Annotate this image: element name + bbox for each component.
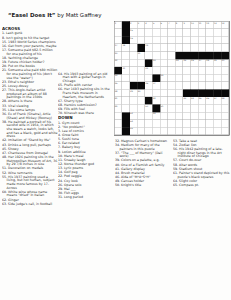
cell-number: 51 [161, 104, 164, 107]
cell-number: 24 [176, 59, 179, 62]
cell-number: 11 [199, 21, 202, 24]
grid-cell[interactable] [191, 67, 199, 75]
cell-number: 39 [130, 89, 133, 92]
cell-number: 18 [122, 44, 125, 47]
clue-48: 48. Her 1926 painting sits in the Metrop… [2, 155, 58, 166]
grid-cell[interactable] [160, 112, 168, 120]
grid-cell[interactable]: 7 [168, 22, 176, 30]
grid-cell[interactable]: 34 [160, 74, 168, 82]
grid-cell[interactable] [221, 37, 229, 45]
grid-cell[interactable] [122, 52, 130, 60]
grid-cell[interactable] [137, 59, 145, 67]
cell-number: 8 [176, 21, 177, 24]
cell-number: 37 [153, 82, 156, 85]
grid-cell[interactable] [206, 82, 214, 90]
grid-cell[interactable] [191, 44, 199, 52]
grid-cell[interactable] [137, 29, 145, 37]
black-square [122, 127, 130, 135]
grid-cell[interactable] [115, 29, 123, 37]
grid-cell[interactable]: 32 [145, 67, 153, 75]
grid-cell[interactable] [183, 112, 191, 120]
grid-cell[interactable]: 19 [145, 44, 153, 52]
grid-cell[interactable] [176, 74, 184, 82]
cell-number: 15 [130, 29, 133, 32]
cell-number: 1 [115, 21, 116, 24]
grid-cell[interactable]: 53 [153, 112, 161, 120]
grid-cell[interactable] [191, 120, 199, 128]
grid-cell[interactable]: 42 [153, 97, 161, 105]
clue-27: 27. This Anglo-Italian artist produced a… [2, 88, 58, 99]
grid-cell[interactable] [176, 127, 184, 135]
cell-number: 28 [206, 59, 209, 62]
cell-number: 55 [130, 127, 133, 130]
cell-number: 7 [168, 21, 169, 24]
grid-cell[interactable] [122, 97, 130, 105]
clue-36: 36. Ex of Frank (Sinatra), Artie (Shaw) … [2, 112, 58, 119]
grid-cell[interactable] [168, 105, 176, 113]
grid-cell[interactable] [214, 105, 222, 113]
clue-63: 63. Side judge's call, in football [2, 202, 58, 206]
black-square [122, 22, 130, 30]
clue-34: 34. Medium for many of the painters in t… [115, 143, 172, 150]
grid-cell[interactable]: 45 [198, 97, 206, 105]
grid-cell[interactable]: 16 [130, 37, 138, 45]
crossword-grid[interactable]: 1234567891011121314151617181920212223242… [114, 21, 229, 135]
grid-cell[interactable]: 3 [137, 22, 145, 30]
grid-cell[interactable] [198, 82, 206, 90]
grid-cell[interactable] [137, 74, 145, 82]
grid-cell[interactable] [206, 67, 214, 75]
grid-cell[interactable] [198, 105, 206, 113]
cell-number: 45 [199, 97, 202, 100]
grid-cell[interactable] [214, 44, 222, 52]
grid-cell[interactable] [198, 37, 206, 45]
grid-cell[interactable] [221, 29, 229, 37]
clue-31: 31. Long period [58, 195, 113, 199]
clue-55: 55. His 1937 painting used a living, but… [2, 175, 58, 190]
clue-38: 38. He painted a portrait of his second … [2, 120, 58, 138]
grid-cell[interactable] [183, 82, 191, 90]
across-clue-list-continued: 64. His 1903 painting of an old man with… [58, 72, 113, 115]
cell-number: 30 [222, 59, 225, 62]
cell-number: 32 [145, 67, 148, 70]
cell-number: 5 [153, 21, 154, 24]
grid-cell[interactable] [130, 59, 138, 67]
cell-number: 25 [183, 59, 186, 62]
grid-cell[interactable] [176, 97, 184, 105]
cell-number: 52 [130, 112, 133, 115]
grid-cell[interactable] [176, 29, 184, 37]
middle-clues-column: 64. His 1903 painting of an old man with… [58, 72, 113, 298]
grid-cell[interactable] [183, 37, 191, 45]
cell-number: 22 [115, 59, 118, 62]
grid-cell[interactable] [198, 74, 206, 82]
grid-cell[interactable] [221, 127, 229, 135]
clue-64: 64. His 1903 painting of an old man with… [58, 72, 113, 83]
grid-cell[interactable] [206, 120, 214, 128]
grid-cell[interactable] [160, 82, 168, 90]
down-clue-list-end: 53. Take a seat54. Zodiac lion56. His 19… [173, 139, 230, 187]
grid-cell[interactable] [130, 74, 138, 82]
grid-cell[interactable] [206, 105, 214, 113]
grid-cell[interactable] [198, 112, 206, 120]
grid-cell[interactable] [191, 105, 199, 113]
grid-cell[interactable]: 25 [183, 59, 191, 67]
grid-cell[interactable]: 48 [221, 97, 229, 105]
grid-cell[interactable]: 5 [153, 22, 161, 30]
grid-cell[interactable]: 1 [115, 22, 123, 30]
grid-cells[interactable]: 1234567891011121314151617181920212223242… [114, 21, 230, 136]
grid-cell[interactable] [160, 90, 168, 98]
crossword-page: { "game": "crossword", "title": "\u201cE… [0, 0, 231, 300]
grid-cell[interactable] [160, 29, 168, 37]
grid-cell[interactable] [191, 112, 199, 120]
grid-cell[interactable] [176, 44, 184, 52]
black-square [122, 120, 130, 128]
grid-cell[interactable] [130, 52, 138, 60]
grid-cell[interactable] [153, 29, 161, 37]
grid-cell[interactable] [130, 44, 138, 52]
grid-cell[interactable] [206, 74, 214, 82]
grid-cell[interactable] [221, 105, 229, 113]
grid-cell[interactable] [130, 97, 138, 105]
cell-number: 54 [130, 120, 133, 123]
cell-number: 4 [145, 21, 146, 24]
cell-number: 43 [183, 97, 186, 100]
cell-number: 3 [138, 21, 139, 24]
clue-56: 56. His 1942 painting of a late-night di… [173, 147, 230, 158]
grid-cell[interactable] [221, 120, 229, 128]
down-clue-list: 1. Gym count2. "No problem!"3. Lee of co… [58, 121, 113, 199]
clue-66: 66. Her 1693 painting sits in the Frans … [58, 88, 113, 99]
cell-number: 23 [153, 59, 156, 62]
grid-cell[interactable]: 31 [122, 67, 130, 75]
grid-cell[interactable] [221, 74, 229, 82]
clue-61: 61. Painter's stand depicted by this puz… [173, 171, 230, 178]
across-header: ACROSS [2, 27, 58, 31]
clue-37: 37. "The ___ of Memory" (Dalí work) [115, 151, 172, 158]
grid-cell[interactable]: 22 [115, 59, 123, 67]
grid-cell[interactable] [168, 82, 176, 90]
cell-number: 20 [115, 52, 118, 55]
grid-cell[interactable] [145, 127, 153, 135]
grid-cell[interactable] [214, 67, 222, 75]
grid-cell[interactable] [176, 105, 184, 113]
grid-cell[interactable]: 51 [160, 105, 168, 113]
grid-cell[interactable]: 44 [191, 97, 199, 105]
grid-cell[interactable] [122, 74, 130, 82]
grid-cell[interactable] [160, 52, 168, 60]
cell-number: 31 [122, 67, 125, 70]
grid-cell[interactable] [183, 44, 191, 52]
grid-cell[interactable]: 12 [206, 22, 214, 30]
grid-cell[interactable] [153, 37, 161, 45]
grid-cell[interactable]: 37 [153, 82, 161, 90]
grid-cell[interactable]: 29 [214, 59, 222, 67]
grid-cell[interactable] [137, 127, 145, 135]
grid-cell[interactable] [183, 127, 191, 135]
grid-cell[interactable] [137, 97, 145, 105]
grid-cell[interactable] [183, 29, 191, 37]
grid-cell[interactable] [198, 29, 206, 37]
cell-number: 16 [130, 36, 133, 39]
grid-cell[interactable] [153, 44, 161, 52]
cell-number: 9 [183, 21, 184, 24]
cell-number: 33 [115, 74, 118, 77]
grid-cell[interactable]: 18 [122, 44, 130, 52]
grid-cell[interactable]: 11 [198, 22, 206, 30]
grid-cell[interactable] [214, 112, 222, 120]
grid-cell[interactable] [160, 127, 168, 135]
down-clues-column-a: 32. Magnus Carlsen's hometown34. Medium … [115, 139, 172, 298]
grid-cell[interactable]: 49 [115, 105, 123, 113]
grid-cell[interactable]: 30 [221, 59, 229, 67]
grid-cell[interactable] [183, 120, 191, 128]
grid-cell[interactable] [176, 112, 184, 120]
black-square [122, 29, 130, 37]
grid-cell[interactable] [221, 82, 229, 90]
cell-number: 53 [153, 112, 156, 115]
cell-number: 41 [115, 97, 118, 100]
grid-cell[interactable] [206, 29, 214, 37]
cell-number: 36 [145, 82, 148, 85]
clue-70: 70. Nineveh was there [58, 111, 113, 115]
cell-number: 13 [214, 21, 217, 24]
grid-cell[interactable]: 23 [153, 59, 161, 67]
grid-cell[interactable]: 9 [183, 22, 191, 30]
grid-cell[interactable]: 4 [145, 22, 153, 30]
cell-number: 14 [222, 21, 225, 24]
grid-cell[interactable] [153, 120, 161, 128]
cell-number: 48 [222, 97, 225, 100]
grid-cell[interactable] [183, 105, 191, 113]
grid-cell[interactable] [160, 44, 168, 52]
cell-number: 6 [161, 21, 162, 24]
grid-cell[interactable] [115, 120, 123, 128]
grid-cell[interactable] [122, 82, 130, 90]
grid-cell[interactable] [145, 29, 153, 37]
cell-number: 2 [130, 21, 131, 24]
grid-cell[interactable] [168, 37, 176, 45]
grid-cell[interactable] [214, 120, 222, 128]
grid-cell[interactable] [221, 112, 229, 120]
grid-cell[interactable]: 28 [206, 59, 214, 67]
grid-cell[interactable] [198, 127, 206, 135]
grid-cell[interactable] [191, 74, 199, 82]
grid-cell[interactable] [130, 67, 138, 75]
grid-cell[interactable] [168, 127, 176, 135]
down-header: DOWN [58, 116, 113, 120]
grid-cell[interactable] [122, 105, 130, 113]
grid-cell[interactable]: 10 [191, 22, 199, 30]
grid-cell[interactable] [206, 112, 214, 120]
grid-cell[interactable]: 14 [221, 22, 229, 30]
grid-cell[interactable] [214, 82, 222, 90]
grid-cell[interactable]: 6 [160, 22, 168, 30]
grid-cell[interactable]: 55 [130, 127, 138, 135]
grid-cell[interactable] [214, 127, 222, 135]
grid-cell[interactable] [191, 37, 199, 45]
grid-cell[interactable] [137, 112, 145, 120]
grid-cell[interactable]: 13 [214, 22, 222, 30]
grid-cell[interactable] [160, 37, 168, 45]
grid-cell[interactable] [214, 37, 222, 45]
grid-cell[interactable] [168, 97, 176, 105]
cell-number: 29 [214, 59, 217, 62]
grid-cell[interactable] [145, 52, 153, 60]
cell-number: 46 [206, 97, 209, 100]
grid-cell[interactable] [206, 37, 214, 45]
grid-cell[interactable] [137, 67, 145, 75]
grid-cell[interactable] [168, 67, 176, 75]
cell-number: 17 [115, 44, 118, 47]
cell-number: 19 [145, 44, 148, 47]
grid-cell[interactable] [198, 120, 206, 128]
clue-21: 21. Someone else paid $80 million for on… [2, 68, 58, 79]
cell-number: 27 [199, 59, 202, 62]
grid-cell[interactable] [176, 90, 184, 98]
grid-cell[interactable] [198, 44, 206, 52]
grid-cell[interactable]: 8 [176, 22, 184, 30]
grid-cell[interactable] [137, 105, 145, 113]
grid-cell[interactable] [176, 82, 184, 90]
grid-cell[interactable] [160, 120, 168, 128]
grid-cell[interactable] [153, 67, 161, 75]
grid-cell[interactable]: 39 [130, 90, 138, 98]
cell-number: 21 [138, 52, 141, 55]
grid-cell[interactable]: 21 [137, 52, 145, 60]
cell-number: 26 [191, 59, 194, 62]
grid-cell[interactable] [122, 90, 130, 98]
cell-number: 47 [214, 97, 217, 100]
grid-cell[interactable] [145, 112, 153, 120]
grid-cell[interactable] [183, 74, 191, 82]
grid-cell[interactable] [191, 127, 199, 135]
down-clue-list-continued: 32. Magnus Carlsen's hometown34. Medium … [115, 139, 172, 187]
across-clues-column: ACROSS 1. Lash gunk8. Isn't going to hit… [2, 25, 58, 298]
grid-cell[interactable]: 27 [198, 59, 206, 67]
grid-cell[interactable] [206, 44, 214, 52]
grid-cell[interactable] [176, 37, 184, 45]
across-clue-list: 1. Lash gunk8. Isn't going to hit the ta… [2, 32, 58, 206]
grid-cell[interactable]: 24 [176, 59, 184, 67]
grid-cell[interactable] [214, 29, 222, 37]
cell-number: 50 [145, 104, 148, 107]
grid-cell[interactable] [176, 67, 184, 75]
grid-cell[interactable] [115, 112, 123, 120]
grid-cell[interactable] [191, 29, 199, 37]
cell-number: 49 [115, 104, 118, 107]
cell-number: 38 [115, 89, 118, 92]
byline: by Matt Gaffney [55, 12, 101, 19]
cell-number: 34 [161, 74, 164, 77]
grid-cell[interactable] [153, 127, 161, 135]
grid-cell[interactable] [168, 29, 176, 37]
black-square [122, 112, 130, 120]
grid-cell[interactable] [160, 59, 168, 67]
grid-cell[interactable] [168, 44, 176, 52]
grid-cell[interactable]: 50 [145, 105, 153, 113]
grid-cell[interactable] [168, 59, 176, 67]
title-text: “Easel Does It” [8, 12, 55, 19]
grid-cell[interactable] [191, 82, 199, 90]
clue-65: 65. Compass pt. [173, 183, 230, 187]
grid-cell[interactable] [145, 120, 153, 128]
down-clues-column-b: 53. Take a seat54. Zodiac lion56. His 19… [173, 139, 230, 298]
grid-cell[interactable] [176, 120, 184, 128]
grid-cell[interactable] [168, 112, 176, 120]
cell-number: 35 [115, 82, 118, 85]
grid-cell[interactable] [137, 120, 145, 128]
grid-cell[interactable] [168, 90, 176, 98]
grid-cell[interactable] [183, 67, 191, 75]
cell-number: 10 [191, 21, 194, 24]
clue-17: 17. Someone paid $82.5 million for one p… [2, 48, 58, 55]
grid-cell[interactable] [137, 37, 145, 45]
grid-cell[interactable] [214, 74, 222, 82]
cell-number: 40 [138, 89, 141, 92]
grid-cell[interactable]: 26 [191, 59, 199, 67]
grid-cell[interactable] [221, 67, 229, 75]
grid-cell[interactable] [198, 67, 206, 75]
clue-50: 50. Knight's title [115, 184, 172, 188]
grid-cell[interactable] [168, 74, 176, 82]
grid-cell[interactable] [168, 120, 176, 128]
grid-cell[interactable]: 47 [214, 97, 222, 105]
cell-number: 44 [191, 97, 194, 100]
grid-cell[interactable]: 46 [206, 97, 214, 105]
clue-60: 60. White wine whose name means "dried" … [2, 190, 58, 197]
grid-cell[interactable] [206, 127, 214, 135]
grid-cell[interactable] [168, 52, 176, 60]
grid-cell[interactable]: 36 [145, 82, 153, 90]
cell-number: 12 [206, 21, 209, 24]
grid-cell[interactable]: 43 [183, 97, 191, 105]
grid-cell[interactable] [221, 44, 229, 52]
grid-cell[interactable]: 40 [137, 90, 145, 98]
grid-cell[interactable] [145, 90, 153, 98]
grid-cell[interactable] [115, 127, 123, 135]
cell-number: 42 [153, 97, 156, 100]
